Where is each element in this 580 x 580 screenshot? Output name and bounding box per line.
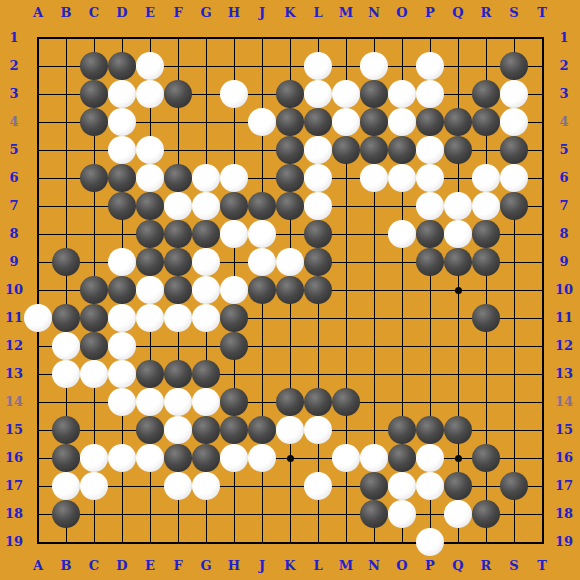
point-Q6[interactable] [444, 164, 472, 192]
point-C17[interactable] [80, 472, 108, 500]
point-A15[interactable] [24, 416, 52, 444]
point-F18[interactable] [164, 500, 192, 528]
black-stone-S5[interactable] [500, 136, 528, 164]
black-stone-R8[interactable] [472, 220, 500, 248]
white-stone-B17[interactable] [52, 472, 80, 500]
point-R11[interactable] [472, 304, 500, 332]
black-stone-P8[interactable] [416, 220, 444, 248]
point-E17[interactable] [136, 472, 164, 500]
black-stone-D10[interactable] [108, 276, 136, 304]
point-J12[interactable] [248, 332, 276, 360]
point-C14[interactable] [80, 388, 108, 416]
point-T16[interactable] [528, 444, 556, 472]
point-H12[interactable] [220, 332, 248, 360]
point-L9[interactable] [304, 248, 332, 276]
white-stone-H3[interactable] [220, 80, 248, 108]
black-stone-M14[interactable] [332, 388, 360, 416]
point-N13[interactable] [360, 360, 388, 388]
point-J11[interactable] [248, 304, 276, 332]
black-stone-C10[interactable] [80, 276, 108, 304]
point-G8[interactable] [192, 220, 220, 248]
point-P5[interactable] [416, 136, 444, 164]
point-F5[interactable] [164, 136, 192, 164]
black-stone-N5[interactable] [360, 136, 388, 164]
white-stone-C17[interactable] [80, 472, 108, 500]
point-C16[interactable] [80, 444, 108, 472]
black-stone-C12[interactable] [80, 332, 108, 360]
point-J7[interactable] [248, 192, 276, 220]
point-K3[interactable] [276, 80, 304, 108]
white-stone-S4[interactable] [500, 108, 528, 136]
white-stone-D12[interactable] [108, 332, 136, 360]
black-stone-D7[interactable] [108, 192, 136, 220]
black-stone-P9[interactable] [416, 248, 444, 276]
point-C15[interactable] [80, 416, 108, 444]
black-stone-L4[interactable] [304, 108, 332, 136]
black-stone-B18[interactable] [52, 500, 80, 528]
point-L5[interactable] [304, 136, 332, 164]
point-L8[interactable] [304, 220, 332, 248]
point-Q13[interactable] [444, 360, 472, 388]
point-J5[interactable] [248, 136, 276, 164]
point-J1[interactable] [248, 24, 276, 52]
point-C18[interactable] [80, 500, 108, 528]
point-F7[interactable] [164, 192, 192, 220]
point-E9[interactable] [136, 248, 164, 276]
point-O10[interactable] [388, 276, 416, 304]
white-stone-E10[interactable] [136, 276, 164, 304]
point-K11[interactable] [276, 304, 304, 332]
point-C3[interactable] [80, 80, 108, 108]
point-F10[interactable] [164, 276, 192, 304]
black-stone-F3[interactable] [164, 80, 192, 108]
point-E7[interactable] [136, 192, 164, 220]
point-A14[interactable] [24, 388, 52, 416]
black-stone-S2[interactable] [500, 52, 528, 80]
point-G19[interactable] [192, 528, 220, 556]
point-F1[interactable] [164, 24, 192, 52]
point-P16[interactable] [416, 444, 444, 472]
point-H4[interactable] [220, 108, 248, 136]
point-D11[interactable] [108, 304, 136, 332]
point-A16[interactable] [24, 444, 52, 472]
white-stone-M4[interactable] [332, 108, 360, 136]
point-A5[interactable] [24, 136, 52, 164]
point-T18[interactable] [528, 500, 556, 528]
point-M7[interactable] [332, 192, 360, 220]
black-stone-N4[interactable] [360, 108, 388, 136]
point-A8[interactable] [24, 220, 52, 248]
point-L3[interactable] [304, 80, 332, 108]
black-stone-F16[interactable] [164, 444, 192, 472]
black-stone-R9[interactable] [472, 248, 500, 276]
point-M9[interactable] [332, 248, 360, 276]
point-F4[interactable] [164, 108, 192, 136]
point-H6[interactable] [220, 164, 248, 192]
point-R17[interactable] [472, 472, 500, 500]
point-J14[interactable] [248, 388, 276, 416]
black-stone-L9[interactable] [304, 248, 332, 276]
point-D17[interactable] [108, 472, 136, 500]
point-L2[interactable] [304, 52, 332, 80]
point-R13[interactable] [472, 360, 500, 388]
point-L4[interactable] [304, 108, 332, 136]
point-E13[interactable] [136, 360, 164, 388]
point-M13[interactable] [332, 360, 360, 388]
point-Q11[interactable] [444, 304, 472, 332]
black-stone-J7[interactable] [248, 192, 276, 220]
point-L6[interactable] [304, 164, 332, 192]
black-stone-O5[interactable] [388, 136, 416, 164]
point-D9[interactable] [108, 248, 136, 276]
white-stone-G7[interactable] [192, 192, 220, 220]
point-G2[interactable] [192, 52, 220, 80]
point-F9[interactable] [164, 248, 192, 276]
point-B8[interactable] [52, 220, 80, 248]
point-P19[interactable] [416, 528, 444, 556]
white-stone-D16[interactable] [108, 444, 136, 472]
black-stone-B16[interactable] [52, 444, 80, 472]
white-stone-H8[interactable] [220, 220, 248, 248]
point-A9[interactable] [24, 248, 52, 276]
point-E14[interactable] [136, 388, 164, 416]
point-O3[interactable] [388, 80, 416, 108]
black-stone-O15[interactable] [388, 416, 416, 444]
point-T12[interactable] [528, 332, 556, 360]
black-stone-L10[interactable] [304, 276, 332, 304]
white-stone-L2[interactable] [304, 52, 332, 80]
point-A7[interactable] [24, 192, 52, 220]
white-stone-G14[interactable] [192, 388, 220, 416]
white-stone-D5[interactable] [108, 136, 136, 164]
point-J17[interactable] [248, 472, 276, 500]
point-M1[interactable] [332, 24, 360, 52]
black-stone-K4[interactable] [276, 108, 304, 136]
point-G7[interactable] [192, 192, 220, 220]
point-N7[interactable] [360, 192, 388, 220]
white-stone-E16[interactable] [136, 444, 164, 472]
point-G18[interactable] [192, 500, 220, 528]
point-J15[interactable] [248, 416, 276, 444]
point-J3[interactable] [248, 80, 276, 108]
white-stone-P17[interactable] [416, 472, 444, 500]
point-K1[interactable] [276, 24, 304, 52]
black-stone-R11[interactable] [472, 304, 500, 332]
point-R12[interactable] [472, 332, 500, 360]
black-stone-K5[interactable] [276, 136, 304, 164]
white-stone-P2[interactable] [416, 52, 444, 80]
point-Q10[interactable] [444, 276, 472, 304]
white-stone-B13[interactable] [52, 360, 80, 388]
point-C4[interactable] [80, 108, 108, 136]
white-stone-Q8[interactable] [444, 220, 472, 248]
point-K14[interactable] [276, 388, 304, 416]
point-P2[interactable] [416, 52, 444, 80]
black-stone-H14[interactable] [220, 388, 248, 416]
point-S18[interactable] [500, 500, 528, 528]
point-Q3[interactable] [444, 80, 472, 108]
point-D4[interactable] [108, 108, 136, 136]
point-C7[interactable] [80, 192, 108, 220]
point-N19[interactable] [360, 528, 388, 556]
white-stone-P6[interactable] [416, 164, 444, 192]
white-stone-Q7[interactable] [444, 192, 472, 220]
point-C8[interactable] [80, 220, 108, 248]
point-T5[interactable] [528, 136, 556, 164]
point-E19[interactable] [136, 528, 164, 556]
point-K10[interactable] [276, 276, 304, 304]
black-stone-N18[interactable] [360, 500, 388, 528]
black-stone-C3[interactable] [80, 80, 108, 108]
point-N12[interactable] [360, 332, 388, 360]
point-G13[interactable] [192, 360, 220, 388]
point-C10[interactable] [80, 276, 108, 304]
black-stone-S17[interactable] [500, 472, 528, 500]
point-J2[interactable] [248, 52, 276, 80]
point-S17[interactable] [500, 472, 528, 500]
point-J19[interactable] [248, 528, 276, 556]
point-A10[interactable] [24, 276, 52, 304]
black-stone-G8[interactable] [192, 220, 220, 248]
point-D1[interactable] [108, 24, 136, 52]
point-C12[interactable] [80, 332, 108, 360]
point-K8[interactable] [276, 220, 304, 248]
point-R7[interactable] [472, 192, 500, 220]
point-P12[interactable] [416, 332, 444, 360]
point-D7[interactable] [108, 192, 136, 220]
point-H9[interactable] [220, 248, 248, 276]
point-A6[interactable] [24, 164, 52, 192]
point-N17[interactable] [360, 472, 388, 500]
black-stone-K14[interactable] [276, 388, 304, 416]
point-F11[interactable] [164, 304, 192, 332]
point-D2[interactable] [108, 52, 136, 80]
white-stone-D14[interactable] [108, 388, 136, 416]
point-C13[interactable] [80, 360, 108, 388]
point-M6[interactable] [332, 164, 360, 192]
point-K2[interactable] [276, 52, 304, 80]
point-S8[interactable] [500, 220, 528, 248]
point-B13[interactable] [52, 360, 80, 388]
point-C11[interactable] [80, 304, 108, 332]
point-K12[interactable] [276, 332, 304, 360]
point-P11[interactable] [416, 304, 444, 332]
point-G16[interactable] [192, 444, 220, 472]
white-stone-F7[interactable] [164, 192, 192, 220]
black-stone-F6[interactable] [164, 164, 192, 192]
point-P15[interactable] [416, 416, 444, 444]
point-A13[interactable] [24, 360, 52, 388]
black-stone-H15[interactable] [220, 416, 248, 444]
white-stone-L17[interactable] [304, 472, 332, 500]
point-G14[interactable] [192, 388, 220, 416]
point-B3[interactable] [52, 80, 80, 108]
point-T19[interactable] [528, 528, 556, 556]
point-B9[interactable] [52, 248, 80, 276]
black-stone-S7[interactable] [500, 192, 528, 220]
white-stone-L6[interactable] [304, 164, 332, 192]
point-T1[interactable] [528, 24, 556, 52]
point-K6[interactable] [276, 164, 304, 192]
point-N15[interactable] [360, 416, 388, 444]
point-G6[interactable] [192, 164, 220, 192]
point-S16[interactable] [500, 444, 528, 472]
point-B19[interactable] [52, 528, 80, 556]
white-stone-J9[interactable] [248, 248, 276, 276]
point-E4[interactable] [136, 108, 164, 136]
point-Q5[interactable] [444, 136, 472, 164]
point-F12[interactable] [164, 332, 192, 360]
point-L14[interactable] [304, 388, 332, 416]
point-N3[interactable] [360, 80, 388, 108]
black-stone-B15[interactable] [52, 416, 80, 444]
point-E1[interactable] [136, 24, 164, 52]
point-G1[interactable] [192, 24, 220, 52]
black-stone-K6[interactable] [276, 164, 304, 192]
white-stone-P3[interactable] [416, 80, 444, 108]
point-B17[interactable] [52, 472, 80, 500]
point-D13[interactable] [108, 360, 136, 388]
point-P8[interactable] [416, 220, 444, 248]
point-D8[interactable] [108, 220, 136, 248]
point-P4[interactable] [416, 108, 444, 136]
point-L17[interactable] [304, 472, 332, 500]
point-Q12[interactable] [444, 332, 472, 360]
point-H16[interactable] [220, 444, 248, 472]
white-stone-E2[interactable] [136, 52, 164, 80]
point-O13[interactable] [388, 360, 416, 388]
black-stone-C2[interactable] [80, 52, 108, 80]
point-C2[interactable] [80, 52, 108, 80]
point-F17[interactable] [164, 472, 192, 500]
black-stone-G15[interactable] [192, 416, 220, 444]
white-stone-R6[interactable] [472, 164, 500, 192]
black-stone-Q4[interactable] [444, 108, 472, 136]
point-P3[interactable] [416, 80, 444, 108]
point-L19[interactable] [304, 528, 332, 556]
point-N11[interactable] [360, 304, 388, 332]
point-B16[interactable] [52, 444, 80, 472]
point-R18[interactable] [472, 500, 500, 528]
white-stone-J4[interactable] [248, 108, 276, 136]
white-stone-B12[interactable] [52, 332, 80, 360]
point-N1[interactable] [360, 24, 388, 52]
point-B15[interactable] [52, 416, 80, 444]
white-stone-F11[interactable] [164, 304, 192, 332]
white-stone-O17[interactable] [388, 472, 416, 500]
point-H14[interactable] [220, 388, 248, 416]
black-stone-H7[interactable] [220, 192, 248, 220]
point-S4[interactable] [500, 108, 528, 136]
point-Q9[interactable] [444, 248, 472, 276]
point-D14[interactable] [108, 388, 136, 416]
point-B7[interactable] [52, 192, 80, 220]
white-stone-S6[interactable] [500, 164, 528, 192]
black-stone-R3[interactable] [472, 80, 500, 108]
point-S14[interactable] [500, 388, 528, 416]
point-B1[interactable] [52, 24, 80, 52]
white-stone-D9[interactable] [108, 248, 136, 276]
black-stone-F8[interactable] [164, 220, 192, 248]
black-stone-L8[interactable] [304, 220, 332, 248]
point-O5[interactable] [388, 136, 416, 164]
point-P18[interactable] [416, 500, 444, 528]
point-O11[interactable] [388, 304, 416, 332]
point-S2[interactable] [500, 52, 528, 80]
point-T10[interactable] [528, 276, 556, 304]
white-stone-M3[interactable] [332, 80, 360, 108]
white-stone-N16[interactable] [360, 444, 388, 472]
black-stone-H12[interactable] [220, 332, 248, 360]
white-stone-G17[interactable] [192, 472, 220, 500]
point-E18[interactable] [136, 500, 164, 528]
point-J9[interactable] [248, 248, 276, 276]
point-G15[interactable] [192, 416, 220, 444]
point-E6[interactable] [136, 164, 164, 192]
white-stone-N2[interactable] [360, 52, 388, 80]
point-G3[interactable] [192, 80, 220, 108]
point-B2[interactable] [52, 52, 80, 80]
white-stone-P5[interactable] [416, 136, 444, 164]
point-T3[interactable] [528, 80, 556, 108]
point-K16[interactable] [276, 444, 304, 472]
point-R10[interactable] [472, 276, 500, 304]
point-A18[interactable] [24, 500, 52, 528]
point-D15[interactable] [108, 416, 136, 444]
point-T9[interactable] [528, 248, 556, 276]
point-L11[interactable] [304, 304, 332, 332]
point-O9[interactable] [388, 248, 416, 276]
point-T2[interactable] [528, 52, 556, 80]
point-A1[interactable] [24, 24, 52, 52]
point-M5[interactable] [332, 136, 360, 164]
black-stone-F10[interactable] [164, 276, 192, 304]
white-stone-L3[interactable] [304, 80, 332, 108]
black-stone-J15[interactable] [248, 416, 276, 444]
point-R1[interactable] [472, 24, 500, 52]
point-A12[interactable] [24, 332, 52, 360]
point-M16[interactable] [332, 444, 360, 472]
point-A3[interactable] [24, 80, 52, 108]
white-stone-E5[interactable] [136, 136, 164, 164]
white-stone-D13[interactable] [108, 360, 136, 388]
point-S7[interactable] [500, 192, 528, 220]
point-Q7[interactable] [444, 192, 472, 220]
point-K4[interactable] [276, 108, 304, 136]
point-M14[interactable] [332, 388, 360, 416]
point-P1[interactable] [416, 24, 444, 52]
point-F15[interactable] [164, 416, 192, 444]
point-H18[interactable] [220, 500, 248, 528]
point-C19[interactable] [80, 528, 108, 556]
black-stone-L14[interactable] [304, 388, 332, 416]
point-G17[interactable] [192, 472, 220, 500]
white-stone-E11[interactable] [136, 304, 164, 332]
point-O17[interactable] [388, 472, 416, 500]
point-C5[interactable] [80, 136, 108, 164]
black-stone-N17[interactable] [360, 472, 388, 500]
point-Q14[interactable] [444, 388, 472, 416]
white-stone-C13[interactable] [80, 360, 108, 388]
white-stone-G10[interactable] [192, 276, 220, 304]
point-S19[interactable] [500, 528, 528, 556]
black-stone-F9[interactable] [164, 248, 192, 276]
white-stone-P16[interactable] [416, 444, 444, 472]
point-P13[interactable] [416, 360, 444, 388]
point-E15[interactable] [136, 416, 164, 444]
point-M12[interactable] [332, 332, 360, 360]
point-E12[interactable] [136, 332, 164, 360]
